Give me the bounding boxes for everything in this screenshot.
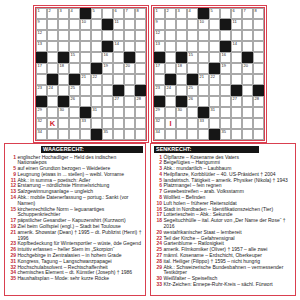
cell-number: 24 (49, 86, 53, 90)
grid-cell[interactable]: 24 (47, 85, 58, 96)
grid-cell[interactable]: 32 (36, 118, 47, 129)
black-cell (124, 52, 135, 63)
clue-text: Kfz-Zeichen: Ennepe-Ruhr-Kreis – sächl. … (164, 282, 294, 288)
grid-cell[interactable] (165, 41, 176, 52)
cell-number: 9 (156, 20, 158, 24)
grid-cell[interactable] (231, 107, 242, 118)
grid-cell[interactable] (58, 85, 69, 96)
grid-cell[interactable]: 19 (220, 63, 231, 74)
grid-cell[interactable]: 29 (36, 107, 47, 118)
grid-cell[interactable] (36, 74, 47, 85)
crossword-grid-i: 1234567891011121314151617181920212223242… (151, 5, 267, 143)
cell-number: 22 (93, 75, 97, 79)
grid-cell[interactable]: 20 (124, 63, 135, 74)
grid-cell[interactable]: 35 (102, 129, 113, 140)
grid-cell[interactable] (91, 96, 102, 107)
grid-cell[interactable]: 7 (242, 8, 253, 19)
grid-cell[interactable]: 21 (80, 74, 91, 85)
grid-cell[interactable]: 11 (231, 19, 242, 30)
clue-text: Abk.: mobile Datenerfassung – portug.: S… (18, 195, 144, 207)
grid-cell[interactable] (198, 52, 209, 63)
grid-cell[interactable] (253, 41, 264, 52)
grid-cell[interactable] (124, 118, 135, 129)
grid-cell[interactable] (209, 19, 220, 30)
grid-cell[interactable] (176, 118, 187, 129)
grid-cell[interactable] (135, 30, 146, 41)
grid-cell[interactable]: 30 (176, 107, 187, 118)
cell-number: 7 (126, 9, 128, 13)
grid-cell[interactable] (80, 52, 91, 63)
grid-cell[interactable] (124, 96, 135, 107)
black-cell (220, 41, 231, 52)
grid-cell[interactable] (176, 129, 187, 140)
grid-cell[interactable] (102, 118, 113, 129)
grid-cell[interactable]: 16 (102, 52, 113, 63)
grid-cell[interactable] (58, 41, 69, 52)
grid-cell[interactable]: 10 (198, 19, 209, 30)
grid-cell[interactable] (220, 118, 231, 129)
clue-number: 33 (154, 282, 164, 288)
cell-number: 11 (233, 20, 237, 24)
grid-cell[interactable] (242, 19, 253, 30)
grid-cell[interactable]: 13 (36, 41, 47, 52)
grid-cell[interactable] (209, 52, 220, 63)
cell-number: 34 (156, 130, 160, 134)
black-cell (58, 96, 69, 107)
grid-cell[interactable]: 4 (187, 8, 198, 19)
grid-cell[interactable] (58, 19, 69, 30)
grid-cell[interactable]: 1 (154, 8, 165, 19)
grid-cell[interactable] (113, 118, 124, 129)
grid-cell[interactable] (209, 96, 220, 107)
grid-cell[interactable]: 5 (91, 8, 102, 19)
cell-number: 25 (189, 86, 193, 90)
grid-cell[interactable] (198, 63, 209, 74)
black-cell (187, 74, 198, 85)
grid-cell[interactable] (47, 19, 58, 30)
grid-cell[interactable] (187, 63, 198, 74)
black-cell (154, 96, 165, 107)
grid-cell[interactable] (187, 41, 198, 52)
grid-cell[interactable]: 23 (154, 85, 165, 96)
grid-cell[interactable] (69, 63, 80, 74)
black-cell (198, 107, 209, 118)
grid-cell[interactable] (253, 30, 264, 41)
black-cell (36, 96, 47, 107)
grid-cell[interactable] (135, 52, 146, 63)
grid-cell[interactable]: 8 (253, 8, 264, 19)
grid-cell[interactable]: 3 (58, 8, 69, 19)
grid-cell[interactable] (47, 30, 58, 41)
crossword-grid-i-cells: 1234567891011121314151617181920212223242… (154, 8, 264, 140)
grid-cell[interactable]: 9 (154, 19, 165, 30)
grid-cell[interactable]: 5 (209, 8, 220, 19)
grid-cell[interactable] (124, 30, 135, 41)
grid-cell[interactable]: 25 (187, 85, 198, 96)
grid-cell[interactable] (47, 96, 58, 107)
grid-cell[interactable] (198, 30, 209, 41)
black-cell (176, 52, 187, 63)
grid-cell[interactable]: 4 (69, 8, 80, 19)
black-cell (80, 8, 91, 19)
grid-cell[interactable] (165, 96, 176, 107)
grid-cell[interactable] (80, 30, 91, 41)
cell-number: 28 (255, 97, 259, 101)
grid-cell[interactable] (176, 41, 187, 52)
grid-cell[interactable] (102, 96, 113, 107)
cell-number: 27 (115, 97, 119, 101)
grid-cell[interactable] (253, 19, 264, 30)
grid-cell[interactable] (231, 118, 242, 129)
cell-number: 22 (211, 75, 215, 79)
grid-cell[interactable] (135, 41, 146, 52)
grid-cell[interactable] (58, 30, 69, 41)
grid-cell[interactable] (220, 74, 231, 85)
cell-number: 29 (156, 108, 160, 112)
cell-number: 25 (71, 86, 75, 90)
grid-cell[interactable] (135, 74, 146, 85)
grid-cell[interactable]: 15 (69, 52, 80, 63)
grid-cell[interactable] (176, 85, 187, 96)
clue-item: 33Kfz-Zeichen: Ennepe-Ruhr-Kreis – sächl… (154, 282, 293, 288)
grid-cell[interactable]: 27 (231, 96, 242, 107)
grid-cell[interactable]: 13 (154, 41, 165, 52)
down-clue-list: 1Ölpflanze – Kosename des Vaters2Beigefü… (154, 155, 293, 288)
grid-cell[interactable] (91, 85, 102, 96)
grid-cell[interactable]: 27 (113, 96, 124, 107)
grid-cell[interactable]: 3 (176, 8, 187, 19)
cell-number: 18 (178, 64, 182, 68)
cell-number: 11 (115, 20, 119, 24)
clue-number: 35 (8, 276, 18, 282)
cell-number: 30 (60, 108, 64, 112)
grid-cell[interactable] (253, 107, 264, 118)
cell-number: 18 (60, 64, 64, 68)
grid-cell[interactable] (231, 52, 242, 63)
grid-cell[interactable] (165, 30, 176, 41)
cell-number: 14 (233, 42, 237, 46)
cell-number: 27 (233, 97, 237, 101)
grid-cell[interactable]: 2 (47, 8, 58, 19)
grid-cell[interactable]: 28 (253, 96, 264, 107)
black-cell (209, 129, 220, 140)
cell-number: 14 (115, 42, 119, 46)
grid-cell[interactable] (113, 52, 124, 63)
grid-cell[interactable] (135, 129, 146, 140)
grid-cell[interactable] (198, 129, 209, 140)
cell-number: 31 (211, 108, 215, 112)
black-cell (113, 85, 124, 96)
grid-cell[interactable]: 11 (113, 19, 124, 30)
grid-cell[interactable] (69, 118, 80, 129)
grid-cell[interactable] (58, 74, 69, 85)
black-cell (176, 96, 187, 107)
grid-cell[interactable]: 33 (198, 118, 209, 129)
grid-cell[interactable] (209, 85, 220, 96)
grid-cell[interactable]: 22 (209, 74, 220, 85)
grid-cell[interactable]: 25 (69, 85, 80, 96)
grid-cell[interactable]: 30 (58, 107, 69, 118)
cell-number: 8 (137, 9, 139, 13)
grid-cell[interactable] (220, 96, 231, 107)
grid-cell[interactable]: 15 (187, 52, 198, 63)
grid-cell[interactable] (113, 129, 124, 140)
grid-cell[interactable] (198, 41, 209, 52)
across-header: WAAGERECHT: (41, 146, 143, 153)
grid-cell[interactable] (91, 30, 102, 41)
grid-cell[interactable]: 26 (69, 96, 80, 107)
grid-cell[interactable]: 1 (36, 8, 47, 19)
grid-cell[interactable] (47, 129, 58, 140)
cell-number: 5 (211, 9, 213, 13)
grid-cell[interactable] (253, 74, 264, 85)
cell-number: 8 (255, 9, 257, 13)
grid-cell[interactable]: 9 (36, 19, 47, 30)
black-cell (231, 85, 242, 96)
cell-number: 2 (167, 9, 169, 13)
grid-cell[interactable] (135, 107, 146, 118)
grid-cell[interactable] (124, 107, 135, 118)
grid-cell[interactable]: 12 (36, 30, 47, 41)
grid-cell[interactable]: 8 (135, 8, 146, 19)
cell-number: 28 (137, 97, 141, 101)
grid-cell[interactable] (176, 19, 187, 30)
grid-cell[interactable] (80, 85, 91, 96)
grid-cell[interactable] (198, 96, 209, 107)
grid-cell[interactable]: 23 (36, 85, 47, 96)
grid-cell[interactable] (58, 118, 69, 129)
black-cell (220, 19, 231, 30)
grid-cell[interactable] (113, 30, 124, 41)
cell-number: 21 (200, 75, 204, 79)
grid-cell[interactable] (176, 30, 187, 41)
grid-cell[interactable] (187, 129, 198, 140)
grid-cell[interactable] (69, 41, 80, 52)
grid-cell[interactable]: 2 (165, 8, 176, 19)
cell-number: 17 (38, 64, 42, 68)
cell-number: 19 (222, 64, 226, 68)
grid-cell[interactable] (253, 52, 264, 63)
grid-cell[interactable] (165, 107, 176, 118)
black-cell (154, 52, 165, 63)
grid-cell[interactable] (58, 129, 69, 140)
grid-cell[interactable] (253, 118, 264, 129)
black-cell (80, 107, 91, 118)
grid-cell[interactable]: 18 (176, 63, 187, 74)
cell-number: 30 (178, 108, 182, 112)
grid-cell[interactable] (102, 107, 113, 118)
grid-cell[interactable] (242, 96, 253, 107)
grid-cell[interactable] (187, 107, 198, 118)
cell-number: 35 (222, 130, 226, 134)
grid-cell[interactable]: 18 (58, 63, 69, 74)
cell-number: 35 (104, 130, 108, 134)
cell-number: 15 (71, 53, 75, 57)
grid-cell[interactable] (187, 30, 198, 41)
grid-cell[interactable] (91, 41, 102, 52)
grid-cell[interactable]: 6 (113, 8, 124, 19)
grid-cell[interactable] (242, 85, 253, 96)
grid-cell[interactable] (102, 30, 113, 41)
grid-cell[interactable] (80, 63, 91, 74)
grid-cell[interactable] (135, 118, 146, 129)
grid-cell[interactable] (80, 129, 91, 140)
cell-number: 13 (156, 42, 160, 46)
grid-cell[interactable]: I (165, 118, 176, 129)
grid-cell[interactable] (231, 74, 242, 85)
grid-cell[interactable]: 12 (154, 30, 165, 41)
cell-number: 23 (156, 86, 160, 90)
grid-cell[interactable]: 10 (80, 19, 91, 30)
grid-cell[interactable]: 19 (102, 63, 113, 74)
grid-cell[interactable] (220, 85, 231, 96)
grid-cell[interactable] (69, 19, 80, 30)
grid-cell[interactable] (165, 63, 176, 74)
black-cell (198, 8, 209, 19)
grid-cell[interactable] (242, 74, 253, 85)
grid-cell[interactable]: K (47, 118, 58, 129)
grid-cell[interactable] (124, 19, 135, 30)
grid-cell[interactable] (102, 85, 113, 96)
grid-cell[interactable] (47, 107, 58, 118)
black-cell (253, 85, 264, 96)
grid-cell[interactable] (113, 74, 124, 85)
cell-number: 31 (93, 108, 97, 112)
grid-cell[interactable]: 32 (154, 118, 165, 129)
clue-number: 14 (8, 195, 18, 207)
cell-number: 33 (200, 119, 204, 123)
grid-cell[interactable] (124, 85, 135, 96)
grid-cell[interactable] (124, 41, 135, 52)
grid-cell[interactable]: 21 (198, 74, 209, 85)
grid-cell[interactable] (220, 107, 231, 118)
grid-cell[interactable] (165, 19, 176, 30)
grid-cell[interactable]: 17 (154, 63, 165, 74)
cell-number: 1 (38, 9, 40, 13)
cell-number: 4 (189, 9, 191, 13)
grid-cell[interactable] (80, 41, 91, 52)
grid-cell[interactable] (91, 118, 102, 129)
cell-number: 13 (38, 42, 42, 46)
cell-number: 19 (104, 64, 108, 68)
grid-cell[interactable]: 29 (154, 107, 165, 118)
grid-cell[interactable] (187, 118, 198, 129)
grid-cell[interactable] (165, 129, 176, 140)
cell-number: 16 (222, 53, 226, 57)
grid-cell[interactable] (198, 85, 209, 96)
grid-cell[interactable] (80, 96, 91, 107)
grid-cell[interactable] (231, 129, 242, 140)
black-cell (58, 52, 69, 63)
crossword-grid-k-cells: 1234567891011121314151617181920212223242… (36, 8, 146, 140)
grid-cell[interactable]: 7 (124, 8, 135, 19)
cell-number: 26 (71, 97, 75, 101)
grid-cell[interactable]: 6 (231, 8, 242, 19)
grid-cell[interactable] (242, 107, 253, 118)
solution-letter-i: I (166, 119, 175, 128)
grid-cell[interactable] (91, 52, 102, 63)
grid-cell[interactable] (124, 74, 135, 85)
grid-cell[interactable] (253, 129, 264, 140)
grid-cell[interactable] (102, 74, 113, 85)
grid-cell[interactable] (176, 74, 187, 85)
cell-number: 17 (156, 64, 160, 68)
grid-cell[interactable] (135, 63, 146, 74)
grid-cell[interactable] (113, 107, 124, 118)
grid-cell[interactable] (165, 52, 176, 63)
grid-cell[interactable] (209, 118, 220, 129)
grid-cell[interactable]: 16 (220, 52, 231, 63)
grid-cell[interactable] (187, 19, 198, 30)
grid-cell[interactable]: 20 (242, 63, 253, 74)
cell-number: 24 (167, 86, 171, 90)
grid-cell[interactable]: 34 (154, 129, 165, 140)
grid-cell[interactable]: 14 (113, 41, 124, 52)
cell-number: 15 (189, 53, 193, 57)
grid-cell[interactable] (135, 19, 146, 30)
grid-cell[interactable]: 33 (80, 118, 91, 129)
grid-cell[interactable] (220, 8, 231, 19)
grid-cell[interactable]: 35 (220, 129, 231, 140)
cell-number: 33 (82, 119, 86, 123)
grid-cell[interactable]: 31 (209, 107, 220, 118)
cell-number: 3 (178, 9, 180, 13)
grid-cell[interactable] (47, 63, 58, 74)
grid-cell[interactable] (69, 129, 80, 140)
black-cell (135, 85, 146, 96)
grid-cell[interactable] (242, 30, 253, 41)
grid-cell[interactable]: 28 (135, 96, 146, 107)
grid-cell[interactable]: 26 (187, 96, 198, 107)
cell-number: 16 (104, 53, 108, 57)
grid-cell[interactable] (47, 41, 58, 52)
black-cell (102, 19, 113, 30)
cell-number: 32 (38, 119, 42, 123)
grid-cell[interactable] (231, 30, 242, 41)
grid-cell[interactable] (113, 63, 124, 74)
across-clue-panel: WAAGERECHT: 1englischer Hochadliger – He… (4, 143, 146, 296)
grid-cell[interactable]: 17 (36, 63, 47, 74)
grid-cell[interactable] (91, 19, 102, 30)
cell-number: 10 (82, 20, 86, 24)
cell-number: 5 (93, 9, 95, 13)
grid-cell[interactable] (231, 63, 242, 74)
grid-cell[interactable] (242, 129, 253, 140)
grid-cell[interactable] (47, 52, 58, 63)
grid-cell[interactable] (102, 8, 113, 19)
grid-cell[interactable] (154, 74, 165, 85)
grid-cell[interactable]: 31 (91, 107, 102, 118)
cell-number: 4 (71, 9, 73, 13)
grid-cell[interactable] (124, 129, 135, 140)
grid-cell[interactable] (220, 30, 231, 41)
grid-cell[interactable]: 14 (231, 41, 242, 52)
grid-cell[interactable] (209, 30, 220, 41)
cell-number: 34 (38, 130, 42, 134)
clue-text: Haushaltsplan – Mode: sehr kurze Röcke (18, 276, 144, 282)
grid-cell[interactable]: 22 (91, 74, 102, 85)
down-header: SENKRECHT: (154, 146, 259, 153)
grid-cell[interactable] (69, 30, 80, 41)
grid-cell[interactable] (69, 107, 80, 118)
across-clue-list: 1englischer Hochadliger – Held des indis… (8, 155, 143, 283)
grid-cell[interactable]: 34 (36, 129, 47, 140)
grid-cell[interactable] (209, 41, 220, 52)
grid-cell[interactable] (242, 118, 253, 129)
grid-cell[interactable]: 24 (165, 85, 176, 96)
grid-cell[interactable] (242, 41, 253, 52)
grid-cell[interactable] (253, 63, 264, 74)
